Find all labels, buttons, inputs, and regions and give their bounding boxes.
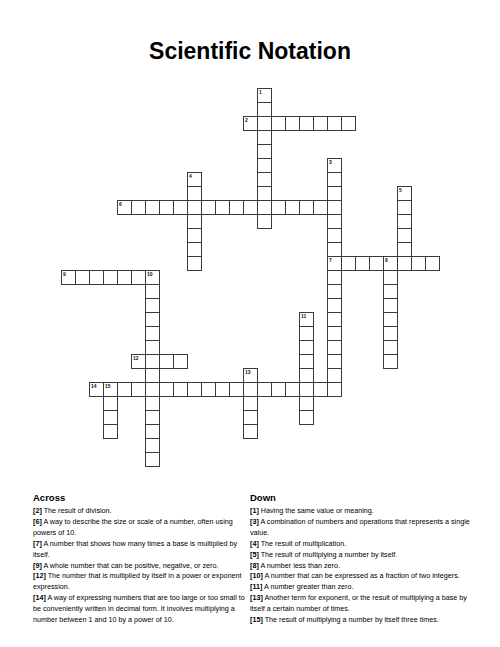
clue-number: 8 [385, 257, 388, 263]
grid-cell[interactable]: 15 [103, 382, 118, 397]
grid-cell[interactable] [327, 242, 342, 257]
grid-cell[interactable] [313, 382, 328, 397]
grid-cell[interactable]: 3 [327, 158, 342, 173]
clue-number: 9 [63, 271, 66, 277]
grid-cell[interactable] [327, 172, 342, 187]
grid-cell[interactable] [103, 424, 118, 439]
grid-cell[interactable] [299, 410, 314, 425]
grid-cell[interactable] [243, 424, 258, 439]
grid-cell[interactable] [397, 256, 412, 271]
clue-down-1: [1] Having the same value or meaning. [250, 506, 476, 517]
grid-cell[interactable] [145, 326, 160, 341]
grid-cell[interactable] [327, 368, 342, 383]
grid-cell[interactable] [145, 452, 160, 467]
grid-cell[interactable]: 12 [131, 354, 146, 369]
grid-cell[interactable] [327, 228, 342, 243]
grid-cell[interactable] [383, 270, 398, 285]
grid-cell[interactable] [271, 200, 286, 215]
grid-cell[interactable] [243, 410, 258, 425]
grid-cell[interactable] [187, 382, 202, 397]
grid-cell[interactable] [285, 116, 300, 131]
grid-cell[interactable] [131, 270, 146, 285]
grid-cell[interactable] [159, 200, 174, 215]
clue-number: 3 [329, 159, 332, 165]
grid-cell[interactable] [299, 382, 314, 397]
clue-down-15: [15] The result of multiplying a number … [250, 615, 476, 626]
grid-cell[interactable] [187, 214, 202, 229]
down-clues: Down [1] Having the same value or meanin… [250, 492, 476, 626]
grid-cell[interactable] [257, 200, 272, 215]
grid-cell[interactable]: 6 [117, 200, 132, 215]
grid-cell[interactable] [243, 382, 258, 397]
grid-cell[interactable] [159, 354, 174, 369]
grid-cell[interactable] [285, 200, 300, 215]
grid-cell[interactable] [75, 270, 90, 285]
grid-cell[interactable] [369, 256, 384, 271]
across-header: Across [33, 492, 247, 503]
grid-cell[interactable] [89, 270, 104, 285]
grid-cell[interactable] [327, 298, 342, 313]
clue-down-11: [11] A number greater than zero. [250, 582, 476, 593]
grid-cell[interactable] [131, 200, 146, 215]
grid-cell[interactable] [117, 382, 132, 397]
clue-down-3: [3] A combination of numbers and operati… [250, 517, 476, 539]
clue-across-7: [7] A number that shows how many times a… [33, 539, 247, 561]
grid-cell[interactable]: 11 [299, 312, 314, 327]
grid-cell[interactable] [355, 256, 370, 271]
grid-cell[interactable] [187, 186, 202, 201]
grid-cell[interactable] [145, 424, 160, 439]
clue-across-12: [12] The number that is multiplied by it… [33, 571, 247, 593]
grid-cell[interactable] [341, 116, 356, 131]
clue-down-5: [5] The result of multiplying a number b… [250, 550, 476, 561]
grid-cell[interactable] [257, 172, 272, 187]
clue-number: 4 [189, 173, 192, 179]
grid-cell[interactable]: 14 [89, 382, 104, 397]
grid-cell[interactable] [299, 340, 314, 355]
grid-cell[interactable] [327, 186, 342, 201]
grid-cell[interactable] [383, 298, 398, 313]
grid-cell[interactable] [201, 200, 216, 215]
clue-number: 13 [245, 369, 251, 375]
grid-cell[interactable] [187, 200, 202, 215]
grid-cell[interactable] [229, 200, 244, 215]
grid-cell[interactable] [327, 382, 342, 397]
grid-cell[interactable] [383, 326, 398, 341]
grid-cell[interactable] [159, 382, 174, 397]
grid-cell[interactable] [327, 312, 342, 327]
grid-cell[interactable] [271, 116, 286, 131]
grid-cell[interactable]: 13 [243, 368, 258, 383]
grid-cell[interactable] [257, 116, 272, 131]
grid-cell[interactable] [145, 298, 160, 313]
grid-cell[interactable] [187, 242, 202, 257]
grid-cell[interactable] [215, 200, 230, 215]
grid-cell[interactable] [299, 354, 314, 369]
grid-cell[interactable] [145, 340, 160, 355]
clue-across-14: [14] A way of expressing numbers that ar… [33, 593, 247, 626]
grid-cell[interactable] [327, 116, 342, 131]
grid-cell[interactable] [299, 368, 314, 383]
grid-cell[interactable] [397, 214, 412, 229]
clue-down-13: [13] Another term for exponent, or the r… [250, 593, 476, 615]
grid-cell[interactable] [173, 354, 188, 369]
grid-cell[interactable] [173, 200, 188, 215]
grid-cell[interactable] [201, 382, 216, 397]
grid-cell[interactable] [173, 382, 188, 397]
grid-cell[interactable] [299, 396, 314, 411]
down-header: Down [250, 492, 476, 503]
grid-cell[interactable] [145, 200, 160, 215]
grid-cell[interactable]: 5 [397, 186, 412, 201]
grid-cell[interactable] [257, 130, 272, 145]
grid-cell[interactable] [341, 256, 356, 271]
grid-cell[interactable] [145, 284, 160, 299]
clue-number: 15 [105, 383, 111, 389]
grid-cell[interactable] [383, 340, 398, 355]
grid-cell[interactable]: 10 [145, 270, 160, 285]
grid-cell[interactable] [397, 242, 412, 257]
grid-cell[interactable] [257, 102, 272, 117]
clue-number: 14 [91, 383, 97, 389]
grid-cell[interactable] [243, 396, 258, 411]
clue-down-8: [8] A number less than zero. [250, 561, 476, 572]
puzzle-title: Scientific Notation [0, 38, 500, 65]
grid-cell[interactable]: 7 [327, 256, 342, 271]
grid-cell[interactable] [313, 116, 328, 131]
grid-cell[interactable] [187, 256, 202, 271]
grid-cell[interactable] [145, 354, 160, 369]
crossword-grid: 123456789101112131415 [61, 88, 440, 467]
grid-cell[interactable] [327, 284, 342, 299]
down-clue-list: [1] Having the same value or meaning.[3]… [250, 506, 476, 626]
grid-cell[interactable] [383, 284, 398, 299]
grid-cell[interactable] [313, 200, 328, 215]
clue-number: 1 [259, 89, 262, 95]
grid-cell[interactable] [397, 228, 412, 243]
grid-cell[interactable] [145, 312, 160, 327]
clue-number: 12 [133, 355, 139, 361]
grid-cell[interactable] [103, 396, 118, 411]
grid-cell[interactable]: 2 [243, 116, 258, 131]
grid-cell[interactable] [285, 382, 300, 397]
grid-cell[interactable] [383, 312, 398, 327]
grid-cell[interactable] [257, 382, 272, 397]
grid-cell[interactable]: 8 [383, 256, 398, 271]
clue-number: 2 [245, 117, 248, 123]
grid-cell[interactable] [229, 382, 244, 397]
grid-cell[interactable] [327, 340, 342, 355]
grid-cell[interactable] [187, 228, 202, 243]
grid-cell[interactable] [145, 438, 160, 453]
grid-cell[interactable] [327, 326, 342, 341]
grid-cell[interactable] [103, 270, 118, 285]
grid-cell[interactable] [145, 368, 160, 383]
grid-cell[interactable]: 9 [61, 270, 76, 285]
clue-number: 7 [329, 257, 332, 263]
clue-number: 10 [147, 271, 153, 277]
grid-cell[interactable] [257, 144, 272, 159]
clue-across-6: [6] A way to describe the size or scale … [33, 517, 247, 539]
grid-cell[interactable] [145, 382, 160, 397]
across-clues: Across [2] The result of division.[6] A … [33, 492, 247, 626]
grid-cell[interactable] [299, 116, 314, 131]
grid-cell[interactable] [299, 326, 314, 341]
grid-cell[interactable] [257, 186, 272, 201]
clue-number: 6 [119, 201, 122, 207]
grid-cell[interactable] [327, 354, 342, 369]
grid-cell[interactable] [215, 382, 230, 397]
grid-cell[interactable] [145, 410, 160, 425]
grid-cell[interactable]: 4 [187, 172, 202, 187]
grid-cell[interactable] [243, 200, 258, 215]
clue-number: 5 [399, 187, 402, 193]
grid-cell[interactable] [117, 270, 132, 285]
clue-down-4: [4] The result of multiplication. [250, 539, 476, 550]
grid-cell[interactable] [411, 256, 426, 271]
grid-cell[interactable] [271, 382, 286, 397]
grid-cell[interactable] [299, 200, 314, 215]
grid-cell[interactable] [327, 270, 342, 285]
clue-across-2: [2] The result of division. [33, 506, 247, 517]
grid-cell[interactable] [103, 410, 118, 425]
grid-cell[interactable] [257, 214, 272, 229]
clue-across-9: [9] A whole number that can be positive,… [33, 561, 247, 572]
across-clue-list: [2] The result of division.[6] A way to … [33, 506, 247, 626]
grid-cell[interactable] [383, 354, 398, 369]
grid-cell[interactable] [397, 200, 412, 215]
grid-cell[interactable] [327, 200, 342, 215]
grid-cell[interactable] [257, 158, 272, 173]
grid-cell[interactable] [425, 256, 440, 271]
grid-cell[interactable] [145, 396, 160, 411]
clue-down-10: [10] A number that can be expressed as a… [250, 571, 476, 582]
clue-number: 11 [301, 313, 306, 319]
grid-cell[interactable] [131, 382, 146, 397]
grid-cell[interactable] [327, 214, 342, 229]
grid-cell[interactable]: 1 [257, 88, 272, 103]
